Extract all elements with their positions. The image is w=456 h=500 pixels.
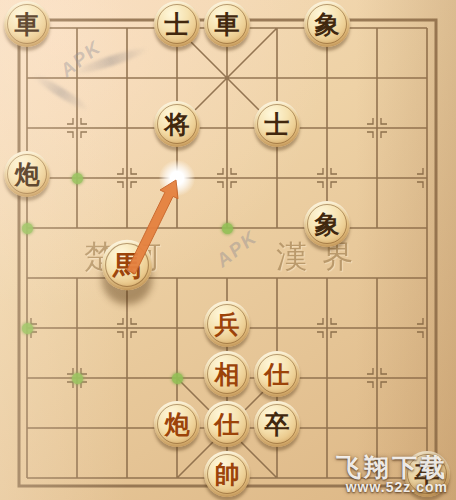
legal-move-dot[interactable] [72,373,83,384]
piece-black-advisor[interactable]: 士 [154,1,200,47]
site-watermark-name: 飞翔下载 [336,455,448,480]
legal-move-dot[interactable] [172,373,183,384]
piece-red-cannon[interactable]: 炮 [154,401,200,447]
piece-black-chariot[interactable]: 車 [4,1,50,47]
piece-black-chariot[interactable]: 車 [204,1,250,47]
piece-black-elephant[interactable]: 象 [304,201,350,247]
piece-red-elephant[interactable]: 相 [204,351,250,397]
piece-black-general[interactable]: 将 [154,101,200,147]
piece-red-advisor[interactable]: 仕 [254,351,300,397]
legal-move-dot[interactable] [222,223,233,234]
legal-move-dot[interactable] [72,173,83,184]
piece-black-elephant[interactable]: 象 [304,1,350,47]
piece-red-horse[interactable]: 馬 [102,240,153,291]
piece-red-advisor[interactable]: 仕 [204,401,250,447]
piece-red-general[interactable]: 帥 [204,451,250,497]
xiangqi-board[interactable]: 楚河 漢界 APK APK 車士車象将士炮象馬兵相仕炮仕卒帥卒 飞翔下载 www… [0,0,456,500]
piece-red-soldier[interactable]: 兵 [204,301,250,347]
legal-move-dot[interactable] [22,323,33,334]
site-watermark-url: www.52z.com [336,480,448,495]
piece-black-advisor[interactable]: 士 [254,101,300,147]
site-watermark: 飞翔下载 www.52z.com [336,455,448,495]
piece-black-cannon[interactable]: 炮 [4,151,50,197]
move-target-highlight[interactable] [159,160,195,196]
piece-black-soldier[interactable]: 卒 [254,401,300,447]
legal-move-dot[interactable] [22,223,33,234]
